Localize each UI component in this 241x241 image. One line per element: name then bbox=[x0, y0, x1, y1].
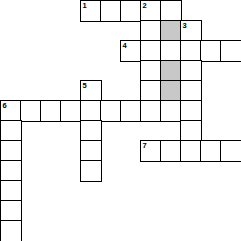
crossword-cell[interactable] bbox=[100, 100, 122, 122]
crossword-cell[interactable] bbox=[140, 80, 162, 102]
crossword-cell[interactable]: 1 bbox=[80, 0, 102, 22]
crossword-cell[interactable] bbox=[0, 160, 22, 182]
crossword-cell[interactable] bbox=[120, 0, 142, 22]
clue-number: 4 bbox=[123, 41, 127, 50]
clue-number: 1 bbox=[83, 1, 87, 10]
clue-number: 7 bbox=[143, 141, 147, 150]
crossword-cell[interactable] bbox=[140, 40, 162, 62]
crossword-cell[interactable] bbox=[0, 140, 22, 162]
crossword-grid: 1234567 bbox=[0, 0, 241, 241]
crossword-cell[interactable] bbox=[220, 40, 241, 62]
clue-number: 2 bbox=[143, 1, 147, 10]
crossword-cell[interactable] bbox=[160, 140, 182, 162]
crossword-cell[interactable]: 5 bbox=[80, 80, 102, 102]
crossword-cell[interactable] bbox=[40, 100, 62, 122]
crossword-cell[interactable]: 2 bbox=[140, 0, 162, 22]
crossword-cell[interactable] bbox=[140, 100, 162, 122]
crossword-cell[interactable] bbox=[80, 140, 102, 162]
crossword-cell[interactable] bbox=[80, 160, 102, 182]
crossword-cell[interactable]: 3 bbox=[180, 20, 202, 42]
clue-number: 6 bbox=[3, 101, 7, 110]
crossword-cell[interactable] bbox=[200, 140, 222, 162]
crossword-cell[interactable] bbox=[140, 20, 162, 42]
crossword-cell[interactable] bbox=[180, 40, 202, 62]
shaded-cell[interactable] bbox=[160, 60, 182, 82]
shaded-cell[interactable] bbox=[160, 20, 182, 42]
crossword-cell[interactable] bbox=[60, 100, 82, 122]
crossword-cell[interactable] bbox=[160, 0, 182, 22]
crossword-cell[interactable] bbox=[100, 0, 122, 22]
crossword-cell[interactable] bbox=[0, 120, 22, 142]
crossword-cell[interactable] bbox=[180, 100, 202, 122]
crossword-cell[interactable] bbox=[180, 120, 202, 142]
clue-number: 3 bbox=[183, 21, 187, 30]
crossword-cell[interactable]: 4 bbox=[120, 40, 142, 62]
crossword-cell[interactable] bbox=[140, 60, 162, 82]
crossword-cell[interactable]: 6 bbox=[0, 100, 22, 122]
crossword-cell[interactable] bbox=[80, 100, 102, 122]
crossword-cell[interactable]: 7 bbox=[140, 140, 162, 162]
crossword-cell[interactable] bbox=[120, 100, 142, 122]
shaded-cell[interactable] bbox=[160, 80, 182, 102]
crossword-cell[interactable] bbox=[180, 60, 202, 82]
crossword-cell[interactable] bbox=[20, 100, 42, 122]
crossword-cell[interactable] bbox=[220, 140, 241, 162]
crossword-cell[interactable] bbox=[0, 220, 22, 241]
crossword-cell[interactable] bbox=[180, 80, 202, 102]
crossword-cell[interactable] bbox=[0, 180, 22, 202]
crossword-cell[interactable] bbox=[180, 140, 202, 162]
clue-number: 5 bbox=[83, 81, 87, 90]
crossword-cell[interactable] bbox=[160, 100, 182, 122]
crossword-cell[interactable] bbox=[200, 40, 222, 62]
crossword-cell[interactable] bbox=[80, 120, 102, 142]
crossword-cell[interactable] bbox=[0, 200, 22, 222]
crossword-cell[interactable] bbox=[160, 40, 182, 62]
